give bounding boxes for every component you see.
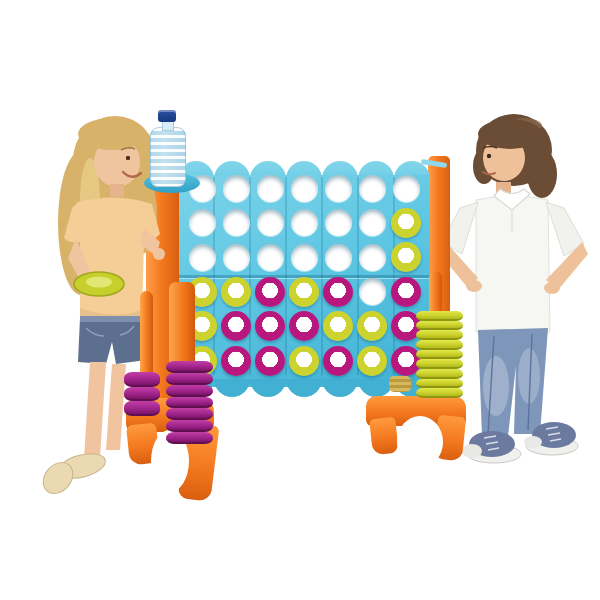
left-inner-spare-pole <box>169 282 195 364</box>
cell-r1c4 <box>287 171 321 206</box>
cell-r2c2 <box>219 206 253 241</box>
cell-r2c4 <box>287 206 321 241</box>
board-bottom-bump <box>250 379 286 397</box>
girl-legs <box>84 362 126 458</box>
yellow-spare-disc <box>416 321 463 331</box>
yellow-disc <box>357 311 387 341</box>
magenta-disc <box>255 277 285 307</box>
cell-r5c6 <box>355 309 389 344</box>
magenta-disc <box>391 277 421 307</box>
empty-hole <box>257 209 284 236</box>
purple-spare-disc <box>124 372 160 387</box>
empty-hole <box>291 244 318 271</box>
right-spare-pole <box>429 271 442 315</box>
empty-hole <box>223 175 250 202</box>
empty-hole <box>359 244 386 271</box>
cell-r3c2 <box>219 240 253 275</box>
cell-r5c5 <box>321 309 355 344</box>
cell-r4c4 <box>287 275 321 310</box>
right-base-foot <box>366 394 470 464</box>
yellow-disc <box>221 277 251 307</box>
empty-hole <box>359 209 386 236</box>
board-bottom-bump <box>322 379 358 397</box>
cell-r2c1 <box>185 206 219 241</box>
yellow-spare-disc <box>416 330 463 340</box>
empty-hole <box>359 175 386 202</box>
purple-spare-disc <box>166 385 213 397</box>
cell-r1c7 <box>389 171 423 206</box>
cell-r1c6 <box>355 171 389 206</box>
yellow-disc <box>391 242 421 272</box>
empty-hole <box>325 175 352 202</box>
cell-r4c2 <box>219 275 253 310</box>
magenta-disc <box>289 311 319 341</box>
yellow-spare-disc <box>416 369 463 379</box>
cell-r5c2 <box>219 309 253 344</box>
spare-stack-left-outer <box>124 372 160 416</box>
empty-hole <box>223 244 250 271</box>
cell-r1c5 <box>321 171 355 206</box>
yellow-spare-disc <box>416 340 463 350</box>
connect-four-board <box>178 161 430 401</box>
cell-r5c3 <box>253 309 287 344</box>
yellow-disc <box>323 311 353 341</box>
spare-stack-left-inner <box>166 361 213 444</box>
cell-r6c2 <box>219 344 253 379</box>
board-bottom-bump <box>214 379 250 397</box>
cell-r4c6 <box>355 275 389 310</box>
board-bottom-bump <box>286 379 322 397</box>
cell-r3c6 <box>355 240 389 275</box>
yellow-spare-disc <box>416 311 463 321</box>
cell-r6c5 <box>321 344 355 379</box>
cell-r2c3 <box>253 206 287 241</box>
yellow-disc <box>289 346 319 376</box>
yellow-spare-disc <box>416 379 463 389</box>
cell-r4c7 <box>389 275 423 310</box>
magenta-disc <box>221 311 251 341</box>
girl-shoes <box>37 450 108 500</box>
purple-spare-disc <box>166 361 213 373</box>
purple-spare-disc <box>124 401 160 416</box>
empty-hole <box>257 175 284 202</box>
empty-hole <box>325 209 352 236</box>
empty-hole <box>359 278 386 305</box>
cell-r6c4 <box>287 344 321 379</box>
cell-r2c7 <box>389 206 423 241</box>
magenta-disc <box>255 311 285 341</box>
right-base-front-leg <box>369 417 399 456</box>
cell-r2c5 <box>321 206 355 241</box>
magenta-disc <box>323 277 353 307</box>
cell-r3c1 <box>185 240 219 275</box>
yellow-spare-disc <box>416 350 463 360</box>
bottle-cap-icon <box>158 110 176 122</box>
cell-r1c3 <box>253 171 287 206</box>
empty-hole <box>223 209 250 236</box>
empty-hole <box>189 209 216 236</box>
held-yellow-disc <box>74 272 124 296</box>
purple-spare-disc <box>166 432 213 444</box>
cell-r6c3 <box>253 344 287 379</box>
purple-spare-disc <box>166 408 213 420</box>
magenta-disc <box>255 346 285 376</box>
cell-r3c3 <box>253 240 287 275</box>
board-grid <box>185 171 423 378</box>
locking-knob <box>389 376 411 392</box>
empty-hole <box>393 175 420 202</box>
girl-shorts <box>78 316 146 364</box>
left-outer-spare-pole <box>140 291 153 375</box>
yellow-disc <box>289 277 319 307</box>
purple-spare-disc <box>166 373 213 385</box>
cell-r3c7 <box>389 240 423 275</box>
empty-hole <box>189 244 216 271</box>
yellow-spare-disc <box>416 388 463 398</box>
water-bottle <box>150 127 186 187</box>
purple-spare-disc <box>124 387 160 402</box>
empty-hole <box>325 244 352 271</box>
cell-r4c3 <box>253 275 287 310</box>
empty-hole <box>291 209 318 236</box>
empty-hole <box>257 244 284 271</box>
purple-spare-disc <box>166 420 213 432</box>
empty-hole <box>291 175 318 202</box>
cell-r3c5 <box>321 240 355 275</box>
magenta-disc <box>221 346 251 376</box>
girl-neck <box>110 184 124 197</box>
boy-jeans <box>478 328 548 436</box>
cell-r4c5 <box>321 275 355 310</box>
yellow-disc <box>357 346 387 376</box>
cell-r5c4 <box>287 309 321 344</box>
cell-r6c6 <box>355 344 389 379</box>
cell-r3c4 <box>287 240 321 275</box>
cell-r2c6 <box>355 206 389 241</box>
purple-spare-disc <box>166 397 213 409</box>
right-base-arch-cutout <box>397 416 443 468</box>
yellow-spare-disc <box>416 359 463 369</box>
spare-stack-right <box>416 311 463 398</box>
magenta-disc <box>323 346 353 376</box>
yellow-disc <box>391 208 421 238</box>
cell-r1c2 <box>219 171 253 206</box>
product-photo-scene <box>0 0 600 600</box>
